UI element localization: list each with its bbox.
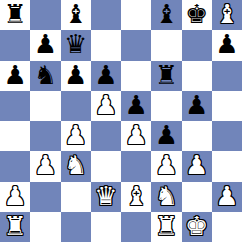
square-c7[interactable]: ♛ — [61, 30, 91, 60]
square-g6[interactable] — [182, 61, 212, 91]
white-pawn[interactable]: ♟ — [155, 152, 178, 178]
square-b7[interactable]: ♟ — [30, 30, 60, 60]
white-king[interactable]: ♚ — [185, 213, 208, 239]
square-b2[interactable] — [30, 182, 60, 212]
square-f7[interactable] — [151, 30, 181, 60]
square-d7[interactable] — [91, 30, 121, 60]
white-pawn[interactable]: ♟ — [94, 92, 117, 118]
black-queen[interactable]: ♛ — [64, 31, 87, 57]
black-king[interactable]: ♚ — [185, 1, 208, 27]
square-d4[interactable] — [91, 121, 121, 151]
square-e2[interactable]: ♝ — [121, 182, 151, 212]
square-e3[interactable] — [121, 151, 151, 181]
white-queen[interactable]: ♛ — [94, 183, 117, 209]
black-knight[interactable]: ♞ — [34, 62, 57, 88]
square-h4[interactable] — [212, 121, 242, 151]
square-e5[interactable]: ♟ — [121, 91, 151, 121]
square-e8[interactable] — [121, 0, 151, 30]
white-pawn[interactable]: ♟ — [64, 122, 87, 148]
square-g4[interactable] — [182, 121, 212, 151]
black-pawn[interactable]: ♟ — [155, 122, 178, 148]
square-h6[interactable] — [212, 61, 242, 91]
black-rook[interactable]: ♜ — [155, 62, 178, 88]
square-d8[interactable] — [91, 0, 121, 30]
white-pawn[interactable]: ♟ — [3, 183, 26, 209]
square-c2[interactable] — [61, 182, 91, 212]
square-a8[interactable]: ♜ — [0, 0, 30, 30]
white-pawn[interactable]: ♟ — [124, 122, 147, 148]
square-a5[interactable] — [0, 91, 30, 121]
square-g2[interactable] — [182, 182, 212, 212]
square-a2[interactable]: ♟ — [0, 182, 30, 212]
square-a3[interactable] — [0, 151, 30, 181]
square-e6[interactable] — [121, 61, 151, 91]
square-f8[interactable]: ♝ — [151, 0, 181, 30]
square-d2[interactable]: ♛ — [91, 182, 121, 212]
square-d1[interactable] — [91, 212, 121, 242]
square-a6[interactable]: ♟ — [0, 61, 30, 91]
square-g8[interactable]: ♚ — [182, 0, 212, 30]
square-c8[interactable]: ♝ — [61, 0, 91, 30]
square-c6[interactable]: ♟ — [61, 61, 91, 91]
square-b1[interactable] — [30, 212, 60, 242]
square-e1[interactable] — [121, 212, 151, 242]
square-g3[interactable]: ♟ — [182, 151, 212, 181]
chess-board: ♜♝♝♚♝♟♛♟♟♞♟♟♜♟♟♟♟♟♟♟♞♟♟♟♛♝♞♟♜♜♚ — [0, 0, 242, 242]
black-pawn[interactable]: ♟ — [3, 62, 26, 88]
square-b8[interactable] — [30, 0, 60, 30]
square-d6[interactable]: ♟ — [91, 61, 121, 91]
square-f6[interactable]: ♜ — [151, 61, 181, 91]
white-knight[interactable]: ♞ — [155, 183, 178, 209]
black-pawn[interactable]: ♟ — [124, 92, 147, 118]
square-f3[interactable]: ♟ — [151, 151, 181, 181]
square-f2[interactable]: ♞ — [151, 182, 181, 212]
square-h3[interactable] — [212, 151, 242, 181]
square-f5[interactable] — [151, 91, 181, 121]
square-a7[interactable] — [0, 30, 30, 60]
square-b6[interactable]: ♞ — [30, 61, 60, 91]
white-bishop[interactable]: ♝ — [215, 1, 238, 27]
black-pawn[interactable]: ♟ — [94, 62, 117, 88]
square-a4[interactable] — [0, 121, 30, 151]
square-g1[interactable]: ♚ — [182, 212, 212, 242]
black-pawn[interactable]: ♟ — [34, 31, 57, 57]
white-rook[interactable]: ♜ — [3, 213, 26, 239]
white-bishop[interactable]: ♝ — [124, 183, 147, 209]
black-rook[interactable]: ♜ — [3, 1, 26, 27]
square-b5[interactable] — [30, 91, 60, 121]
black-bishop[interactable]: ♝ — [64, 1, 87, 27]
square-f4[interactable]: ♟ — [151, 121, 181, 151]
square-c4[interactable]: ♟ — [61, 121, 91, 151]
square-c3[interactable]: ♞ — [61, 151, 91, 181]
square-h7[interactable]: ♟ — [212, 30, 242, 60]
white-pawn[interactable]: ♟ — [34, 152, 57, 178]
white-pawn[interactable]: ♟ — [185, 152, 208, 178]
square-h1[interactable] — [212, 212, 242, 242]
black-pawn[interactable]: ♟ — [64, 62, 87, 88]
square-c1[interactable] — [61, 212, 91, 242]
white-pawn[interactable]: ♟ — [215, 183, 238, 209]
square-b3[interactable]: ♟ — [30, 151, 60, 181]
square-a1[interactable]: ♜ — [0, 212, 30, 242]
square-h8[interactable]: ♝ — [212, 0, 242, 30]
square-g5[interactable]: ♟ — [182, 91, 212, 121]
square-d3[interactable] — [91, 151, 121, 181]
white-rook[interactable]: ♜ — [155, 213, 178, 239]
black-pawn[interactable]: ♟ — [185, 92, 208, 118]
square-h2[interactable]: ♟ — [212, 182, 242, 212]
white-knight[interactable]: ♞ — [64, 152, 87, 178]
square-e4[interactable]: ♟ — [121, 121, 151, 151]
square-d5[interactable]: ♟ — [91, 91, 121, 121]
square-e7[interactable] — [121, 30, 151, 60]
square-b4[interactable] — [30, 121, 60, 151]
square-f1[interactable]: ♜ — [151, 212, 181, 242]
square-h5[interactable] — [212, 91, 242, 121]
square-c5[interactable] — [61, 91, 91, 121]
black-bishop[interactable]: ♝ — [155, 1, 178, 27]
square-g7[interactable] — [182, 30, 212, 60]
black-pawn[interactable]: ♟ — [215, 31, 238, 57]
